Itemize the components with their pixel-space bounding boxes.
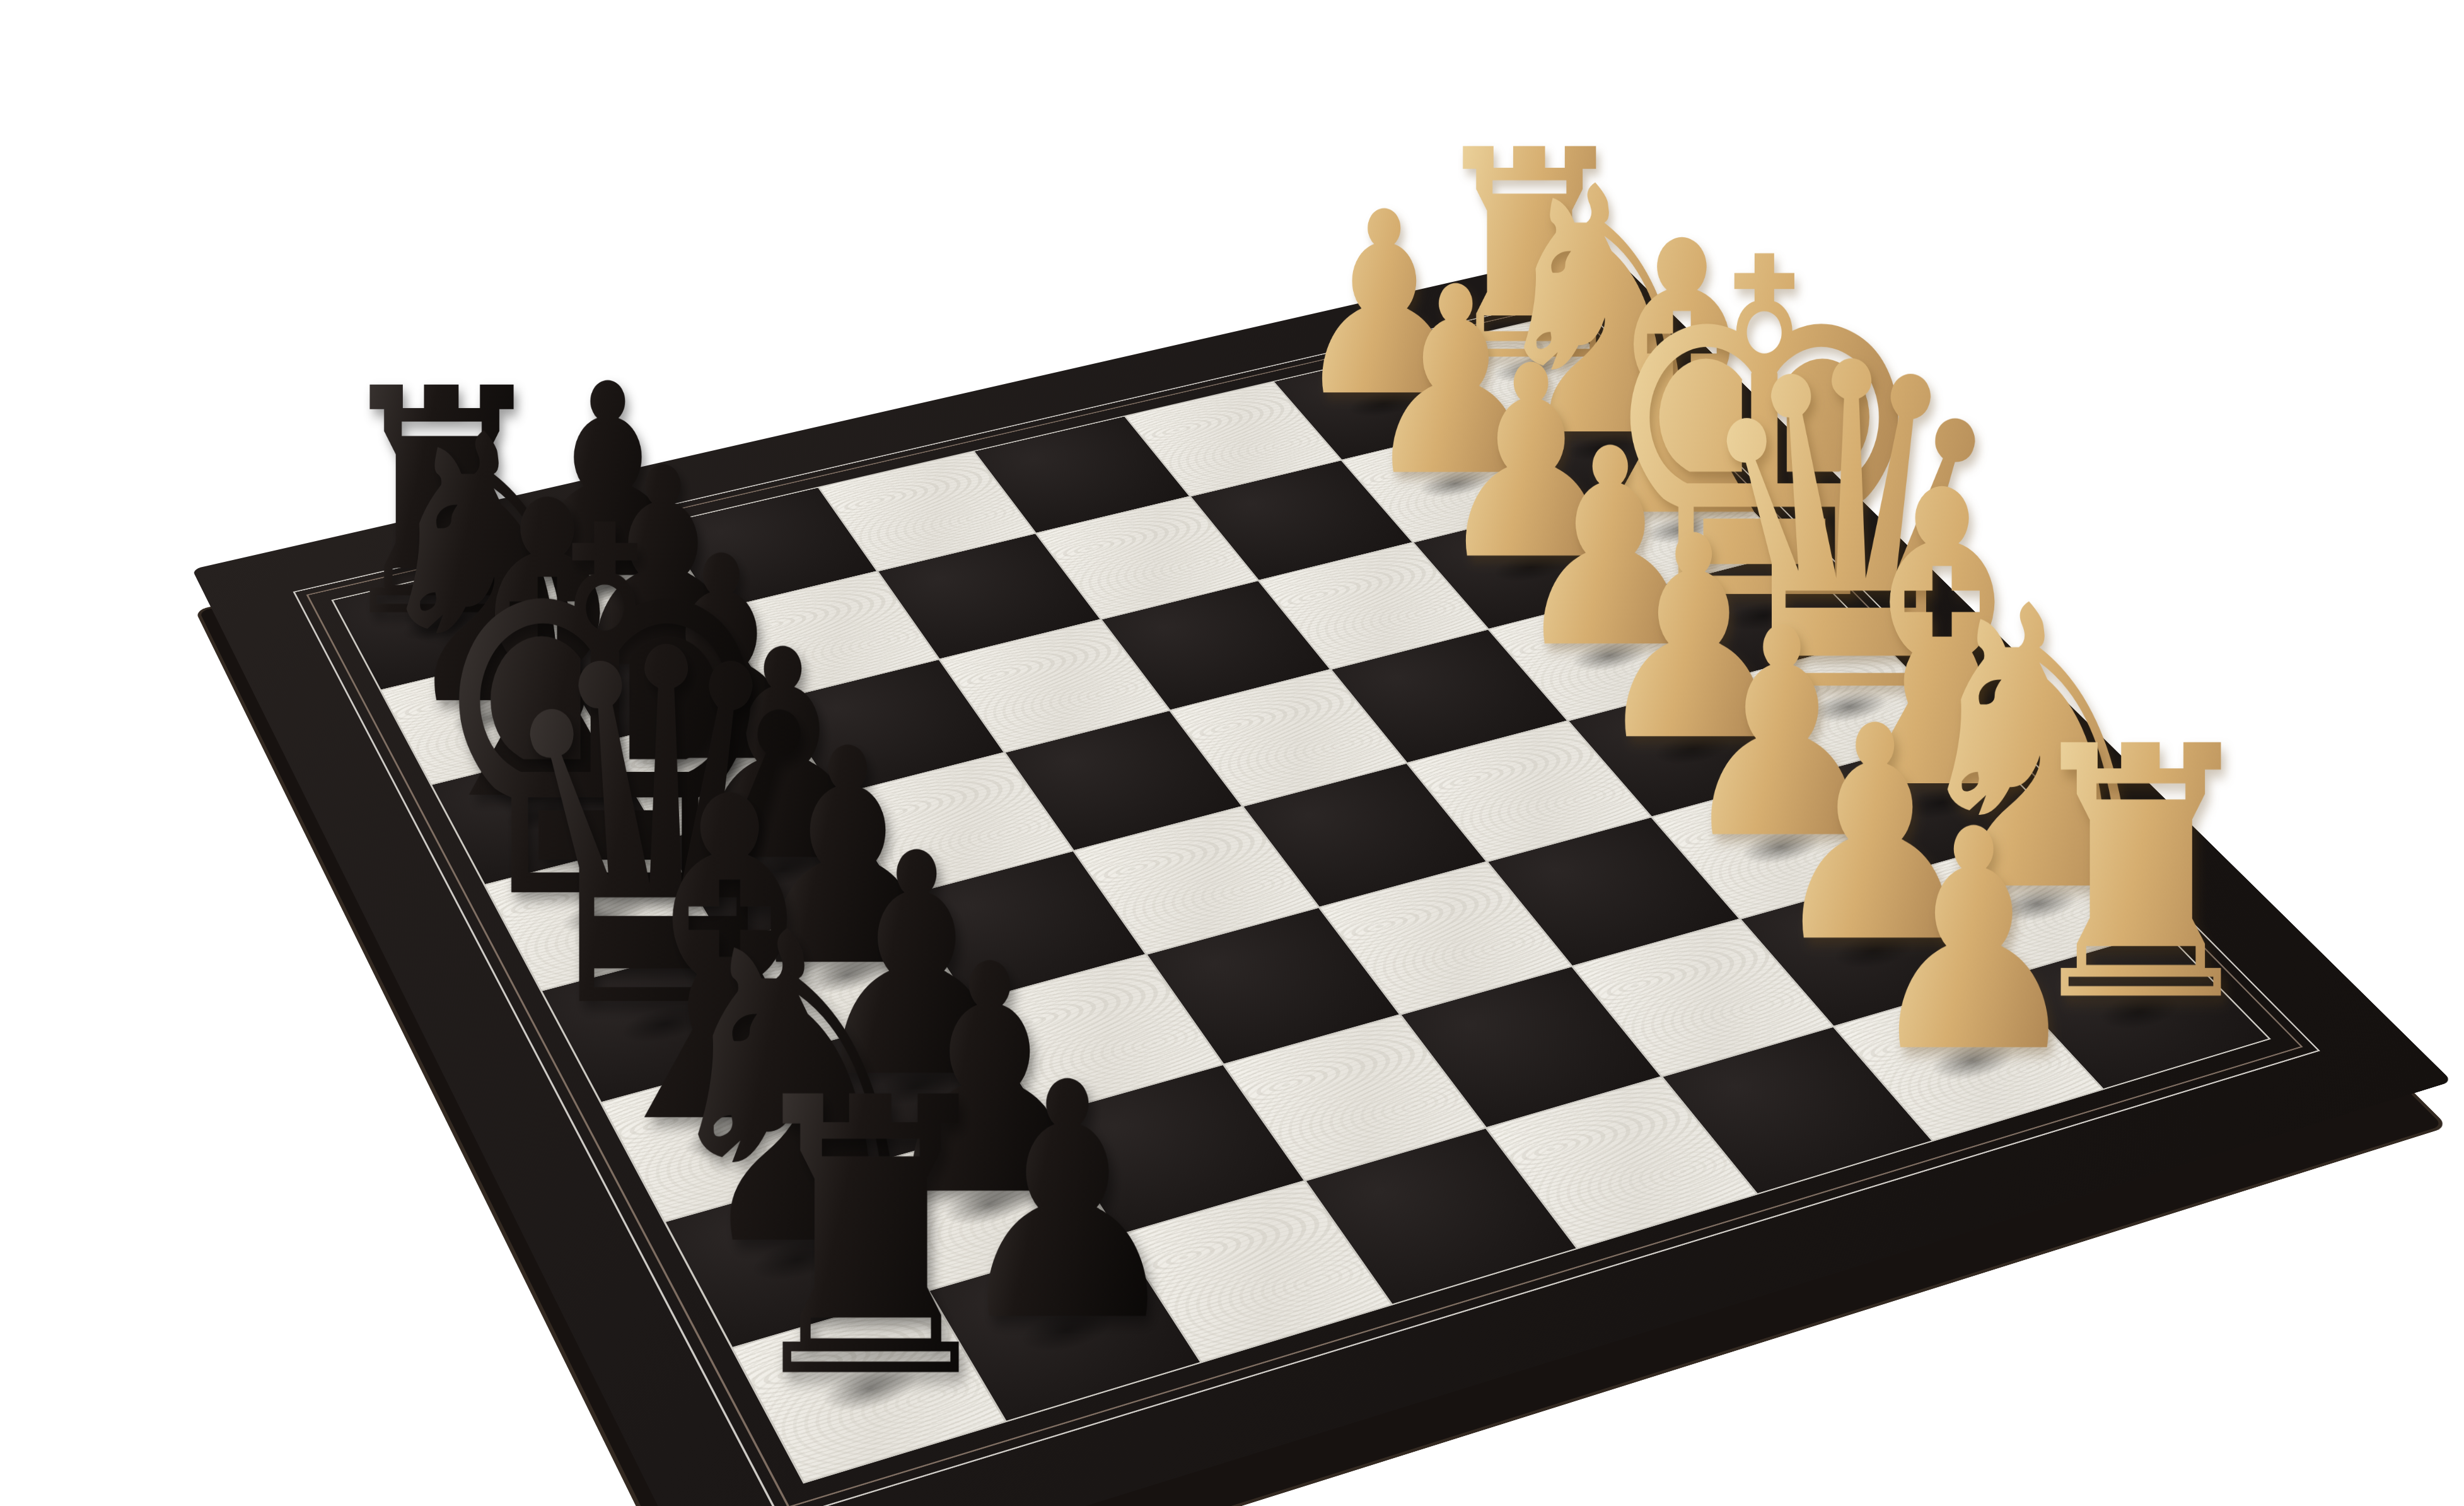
- chess-board: ♜♞♝♛♚♝♞♜♟♟♟♟♟♟♟♟♟♟♟♟♟♟♟♟♜♞♝♛♚♝♞♜: [192, 247, 2453, 1506]
- rook-glyph: ♜: [731, 1068, 1011, 1411]
- product-photo-stage: ♜♞♝♛♚♝♞♜♟♟♟♟♟♟♟♟♟♟♟♟♟♟♟♟♜♞♝♛♚♝♞♜: [0, 0, 2464, 1506]
- perspective-scene: ♜♞♝♛♚♝♞♜♟♟♟♟♟♟♟♟♟♟♟♟♟♟♟♟♜♞♝♛♚♝♞♜: [0, 0, 2464, 1506]
- pawn-glyph: ♟: [1862, 805, 2086, 1078]
